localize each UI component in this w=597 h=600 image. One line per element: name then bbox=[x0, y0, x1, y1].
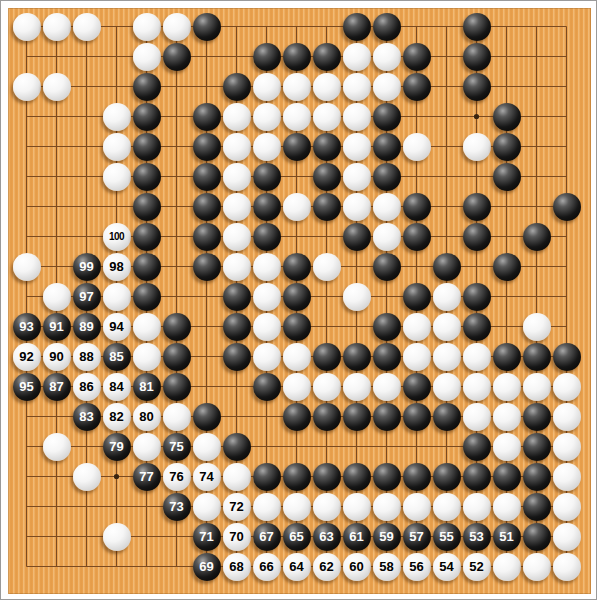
intersection[interactable] bbox=[552, 372, 582, 402]
intersection[interactable] bbox=[42, 252, 72, 282]
intersection[interactable] bbox=[462, 492, 492, 522]
intersection[interactable] bbox=[552, 492, 582, 522]
intersection[interactable] bbox=[12, 162, 42, 192]
intersection[interactable] bbox=[12, 72, 42, 102]
intersection[interactable]: 84 bbox=[102, 372, 132, 402]
intersection[interactable] bbox=[522, 372, 552, 402]
intersection[interactable] bbox=[222, 12, 252, 42]
intersection[interactable] bbox=[552, 432, 582, 462]
intersection[interactable] bbox=[132, 492, 162, 522]
intersection[interactable]: 60 bbox=[342, 552, 372, 582]
intersection[interactable] bbox=[282, 192, 312, 222]
intersection[interactable]: 76 bbox=[162, 462, 192, 492]
intersection[interactable] bbox=[552, 102, 582, 132]
intersection[interactable] bbox=[282, 282, 312, 312]
intersection[interactable] bbox=[372, 402, 402, 432]
intersection[interactable] bbox=[552, 522, 582, 552]
intersection[interactable] bbox=[252, 132, 282, 162]
intersection[interactable] bbox=[102, 132, 132, 162]
intersection[interactable] bbox=[552, 402, 582, 432]
intersection[interactable] bbox=[162, 42, 192, 72]
intersection[interactable] bbox=[132, 162, 162, 192]
intersection[interactable] bbox=[312, 102, 342, 132]
intersection[interactable] bbox=[282, 342, 312, 372]
intersection[interactable] bbox=[522, 522, 552, 552]
intersection[interactable] bbox=[12, 252, 42, 282]
intersection[interactable] bbox=[42, 72, 72, 102]
intersection[interactable] bbox=[462, 252, 492, 282]
intersection[interactable]: 61 bbox=[342, 522, 372, 552]
intersection[interactable] bbox=[282, 372, 312, 402]
intersection[interactable] bbox=[342, 72, 372, 102]
intersection[interactable] bbox=[462, 402, 492, 432]
intersection[interactable] bbox=[222, 222, 252, 252]
intersection[interactable] bbox=[432, 312, 462, 342]
intersection[interactable] bbox=[252, 372, 282, 402]
intersection[interactable] bbox=[42, 102, 72, 132]
intersection[interactable] bbox=[372, 222, 402, 252]
intersection[interactable]: 80 bbox=[132, 402, 162, 432]
intersection[interactable]: 62 bbox=[312, 552, 342, 582]
intersection[interactable] bbox=[132, 342, 162, 372]
intersection[interactable] bbox=[372, 162, 402, 192]
intersection[interactable] bbox=[42, 462, 72, 492]
intersection[interactable] bbox=[162, 372, 192, 402]
intersection[interactable] bbox=[402, 402, 432, 432]
intersection[interactable]: 74 bbox=[192, 462, 222, 492]
intersection[interactable] bbox=[342, 162, 372, 192]
intersection[interactable] bbox=[372, 312, 402, 342]
intersection[interactable] bbox=[192, 222, 222, 252]
intersection[interactable] bbox=[192, 342, 222, 372]
intersection[interactable] bbox=[192, 312, 222, 342]
intersection[interactable] bbox=[42, 132, 72, 162]
intersection[interactable] bbox=[372, 102, 402, 132]
intersection[interactable] bbox=[132, 132, 162, 162]
intersection[interactable] bbox=[462, 12, 492, 42]
intersection[interactable] bbox=[552, 132, 582, 162]
intersection[interactable] bbox=[72, 162, 102, 192]
intersection[interactable]: 54 bbox=[432, 552, 462, 582]
intersection[interactable] bbox=[192, 402, 222, 432]
intersection[interactable]: 51 bbox=[492, 522, 522, 552]
intersection[interactable] bbox=[552, 42, 582, 72]
intersection[interactable]: 63 bbox=[312, 522, 342, 552]
intersection[interactable] bbox=[522, 252, 552, 282]
intersection[interactable] bbox=[12, 402, 42, 432]
intersection[interactable] bbox=[372, 12, 402, 42]
intersection[interactable] bbox=[12, 522, 42, 552]
intersection[interactable] bbox=[342, 192, 372, 222]
intersection[interactable] bbox=[222, 342, 252, 372]
intersection[interactable] bbox=[12, 192, 42, 222]
intersection[interactable] bbox=[12, 12, 42, 42]
intersection[interactable] bbox=[162, 282, 192, 312]
intersection[interactable] bbox=[252, 222, 282, 252]
intersection[interactable]: 79 bbox=[102, 432, 132, 462]
intersection[interactable]: 99 bbox=[72, 252, 102, 282]
intersection[interactable] bbox=[402, 42, 432, 72]
intersection[interactable]: 66 bbox=[252, 552, 282, 582]
intersection[interactable] bbox=[72, 432, 102, 462]
intersection[interactable] bbox=[402, 72, 432, 102]
intersection[interactable] bbox=[162, 522, 192, 552]
intersection[interactable] bbox=[312, 282, 342, 312]
intersection[interactable]: 87 bbox=[42, 372, 72, 402]
intersection[interactable] bbox=[492, 462, 522, 492]
intersection[interactable] bbox=[222, 72, 252, 102]
intersection[interactable]: 52 bbox=[462, 552, 492, 582]
intersection[interactable] bbox=[132, 432, 162, 462]
intersection[interactable] bbox=[312, 372, 342, 402]
intersection[interactable] bbox=[552, 342, 582, 372]
intersection[interactable] bbox=[432, 372, 462, 402]
intersection[interactable] bbox=[42, 552, 72, 582]
intersection[interactable] bbox=[372, 72, 402, 102]
intersection[interactable] bbox=[462, 342, 492, 372]
intersection[interactable] bbox=[492, 222, 522, 252]
intersection[interactable] bbox=[372, 462, 402, 492]
intersection[interactable] bbox=[42, 12, 72, 42]
intersection[interactable] bbox=[552, 12, 582, 42]
intersection[interactable] bbox=[222, 42, 252, 72]
intersection[interactable] bbox=[282, 252, 312, 282]
intersection[interactable] bbox=[282, 402, 312, 432]
intersection[interactable] bbox=[402, 432, 432, 462]
intersection[interactable] bbox=[312, 342, 342, 372]
intersection[interactable] bbox=[192, 42, 222, 72]
intersection[interactable] bbox=[342, 222, 372, 252]
intersection[interactable] bbox=[462, 72, 492, 102]
intersection[interactable] bbox=[252, 102, 282, 132]
intersection[interactable] bbox=[312, 492, 342, 522]
intersection[interactable] bbox=[432, 282, 462, 312]
intersection[interactable] bbox=[12, 432, 42, 462]
intersection[interactable] bbox=[12, 42, 42, 72]
intersection[interactable]: 95 bbox=[12, 372, 42, 402]
intersection[interactable]: 89 bbox=[72, 312, 102, 342]
intersection[interactable] bbox=[342, 312, 372, 342]
intersection[interactable] bbox=[162, 252, 192, 282]
intersection[interactable] bbox=[102, 282, 132, 312]
intersection[interactable] bbox=[372, 42, 402, 72]
intersection[interactable] bbox=[342, 372, 372, 402]
intersection[interactable] bbox=[402, 102, 432, 132]
intersection[interactable] bbox=[252, 342, 282, 372]
intersection[interactable] bbox=[492, 192, 522, 222]
intersection[interactable] bbox=[102, 192, 132, 222]
intersection[interactable] bbox=[522, 132, 552, 162]
intersection[interactable] bbox=[492, 432, 522, 462]
intersection[interactable] bbox=[12, 462, 42, 492]
intersection[interactable] bbox=[42, 522, 72, 552]
intersection[interactable] bbox=[432, 72, 462, 102]
intersection[interactable] bbox=[132, 12, 162, 42]
intersection[interactable] bbox=[402, 222, 432, 252]
intersection[interactable] bbox=[132, 522, 162, 552]
intersection[interactable] bbox=[522, 102, 552, 132]
intersection[interactable] bbox=[402, 312, 432, 342]
intersection[interactable] bbox=[402, 12, 432, 42]
intersection[interactable] bbox=[72, 72, 102, 102]
intersection[interactable] bbox=[492, 12, 522, 42]
intersection[interactable]: 92 bbox=[12, 342, 42, 372]
intersection[interactable] bbox=[402, 282, 432, 312]
intersection[interactable] bbox=[282, 462, 312, 492]
intersection[interactable] bbox=[222, 162, 252, 192]
intersection[interactable] bbox=[102, 102, 132, 132]
intersection[interactable] bbox=[432, 432, 462, 462]
intersection[interactable] bbox=[522, 462, 552, 492]
intersection[interactable] bbox=[282, 162, 312, 192]
intersection[interactable]: 59 bbox=[372, 522, 402, 552]
intersection[interactable] bbox=[342, 102, 372, 132]
intersection[interactable] bbox=[312, 132, 342, 162]
intersection[interactable] bbox=[102, 162, 132, 192]
intersection[interactable]: 81 bbox=[132, 372, 162, 402]
intersection[interactable] bbox=[432, 492, 462, 522]
intersection[interactable] bbox=[102, 42, 132, 72]
intersection[interactable] bbox=[132, 42, 162, 72]
intersection[interactable] bbox=[222, 192, 252, 222]
intersection[interactable] bbox=[72, 222, 102, 252]
intersection[interactable] bbox=[192, 282, 222, 312]
intersection[interactable] bbox=[402, 132, 432, 162]
intersection[interactable] bbox=[522, 192, 552, 222]
intersection[interactable] bbox=[402, 372, 432, 402]
intersection[interactable] bbox=[252, 492, 282, 522]
intersection[interactable] bbox=[492, 552, 522, 582]
intersection[interactable] bbox=[12, 222, 42, 252]
intersection[interactable] bbox=[162, 342, 192, 372]
intersection[interactable] bbox=[342, 42, 372, 72]
intersection[interactable]: 69 bbox=[192, 552, 222, 582]
intersection[interactable] bbox=[462, 372, 492, 402]
intersection[interactable] bbox=[432, 12, 462, 42]
intersection[interactable] bbox=[42, 42, 72, 72]
intersection[interactable] bbox=[492, 162, 522, 192]
intersection[interactable] bbox=[222, 312, 252, 342]
intersection[interactable] bbox=[312, 222, 342, 252]
intersection[interactable]: 72 bbox=[222, 492, 252, 522]
intersection[interactable] bbox=[432, 132, 462, 162]
intersection[interactable]: 98 bbox=[102, 252, 132, 282]
intersection[interactable] bbox=[462, 282, 492, 312]
intersection[interactable] bbox=[492, 132, 522, 162]
intersection[interactable] bbox=[462, 462, 492, 492]
intersection[interactable] bbox=[492, 342, 522, 372]
intersection[interactable] bbox=[162, 132, 192, 162]
intersection[interactable] bbox=[372, 192, 402, 222]
intersection[interactable] bbox=[162, 222, 192, 252]
intersection[interactable] bbox=[192, 12, 222, 42]
intersection[interactable]: 77 bbox=[132, 462, 162, 492]
intersection[interactable]: 94 bbox=[102, 312, 132, 342]
intersection[interactable] bbox=[282, 432, 312, 462]
intersection[interactable] bbox=[162, 402, 192, 432]
intersection[interactable]: 57 bbox=[402, 522, 432, 552]
intersection[interactable] bbox=[252, 432, 282, 462]
intersection[interactable] bbox=[222, 132, 252, 162]
intersection[interactable] bbox=[522, 162, 552, 192]
intersection[interactable] bbox=[132, 282, 162, 312]
intersection[interactable] bbox=[432, 102, 462, 132]
intersection[interactable] bbox=[192, 252, 222, 282]
intersection[interactable] bbox=[12, 552, 42, 582]
intersection[interactable] bbox=[312, 162, 342, 192]
intersection[interactable]: 73 bbox=[162, 492, 192, 522]
intersection[interactable] bbox=[12, 132, 42, 162]
intersection[interactable] bbox=[42, 492, 72, 522]
intersection[interactable] bbox=[522, 12, 552, 42]
intersection[interactable] bbox=[132, 252, 162, 282]
intersection[interactable] bbox=[312, 312, 342, 342]
intersection[interactable] bbox=[282, 102, 312, 132]
intersection[interactable] bbox=[402, 252, 432, 282]
intersection[interactable] bbox=[102, 522, 132, 552]
intersection[interactable] bbox=[282, 222, 312, 252]
intersection[interactable] bbox=[372, 132, 402, 162]
intersection[interactable] bbox=[132, 72, 162, 102]
intersection[interactable] bbox=[432, 402, 462, 432]
intersection[interactable] bbox=[462, 222, 492, 252]
intersection[interactable] bbox=[462, 162, 492, 192]
intersection[interactable] bbox=[522, 42, 552, 72]
intersection[interactable] bbox=[132, 222, 162, 252]
intersection[interactable] bbox=[132, 312, 162, 342]
intersection[interactable] bbox=[252, 192, 282, 222]
intersection[interactable] bbox=[72, 102, 102, 132]
intersection[interactable] bbox=[522, 552, 552, 582]
intersection[interactable] bbox=[492, 372, 522, 402]
intersection[interactable] bbox=[42, 222, 72, 252]
intersection[interactable] bbox=[552, 282, 582, 312]
intersection[interactable] bbox=[492, 402, 522, 432]
intersection[interactable] bbox=[432, 252, 462, 282]
intersection[interactable]: 53 bbox=[462, 522, 492, 552]
intersection[interactable]: 58 bbox=[372, 552, 402, 582]
intersection[interactable] bbox=[192, 492, 222, 522]
intersection[interactable] bbox=[522, 222, 552, 252]
intersection[interactable] bbox=[222, 372, 252, 402]
intersection[interactable] bbox=[432, 222, 462, 252]
intersection[interactable] bbox=[42, 282, 72, 312]
intersection[interactable] bbox=[402, 492, 432, 522]
intersection[interactable]: 70 bbox=[222, 522, 252, 552]
intersection[interactable] bbox=[132, 552, 162, 582]
intersection[interactable] bbox=[132, 192, 162, 222]
intersection[interactable] bbox=[72, 522, 102, 552]
intersection[interactable] bbox=[312, 402, 342, 432]
intersection[interactable] bbox=[552, 72, 582, 102]
intersection[interactable] bbox=[522, 492, 552, 522]
intersection[interactable] bbox=[372, 282, 402, 312]
intersection[interactable] bbox=[312, 192, 342, 222]
intersection[interactable] bbox=[462, 132, 492, 162]
intersection[interactable] bbox=[342, 342, 372, 372]
intersection[interactable] bbox=[312, 42, 342, 72]
intersection[interactable] bbox=[252, 72, 282, 102]
intersection[interactable] bbox=[522, 432, 552, 462]
intersection[interactable] bbox=[222, 432, 252, 462]
intersection[interactable]: 91 bbox=[42, 312, 72, 342]
intersection[interactable] bbox=[342, 282, 372, 312]
intersection[interactable] bbox=[162, 102, 192, 132]
intersection[interactable] bbox=[102, 552, 132, 582]
intersection[interactable] bbox=[552, 552, 582, 582]
intersection[interactable] bbox=[102, 492, 132, 522]
intersection[interactable] bbox=[222, 462, 252, 492]
intersection[interactable] bbox=[12, 492, 42, 522]
intersection[interactable] bbox=[312, 252, 342, 282]
intersection[interactable] bbox=[282, 12, 312, 42]
intersection[interactable] bbox=[72, 192, 102, 222]
intersection[interactable] bbox=[252, 462, 282, 492]
intersection[interactable] bbox=[192, 72, 222, 102]
intersection[interactable] bbox=[492, 282, 522, 312]
intersection[interactable] bbox=[372, 492, 402, 522]
intersection[interactable] bbox=[342, 402, 372, 432]
intersection[interactable]: 56 bbox=[402, 552, 432, 582]
intersection[interactable] bbox=[132, 102, 162, 132]
intersection[interactable] bbox=[222, 252, 252, 282]
intersection[interactable] bbox=[522, 312, 552, 342]
intersection[interactable] bbox=[492, 252, 522, 282]
intersection[interactable] bbox=[102, 72, 132, 102]
intersection[interactable] bbox=[372, 252, 402, 282]
intersection[interactable] bbox=[12, 282, 42, 312]
intersection[interactable] bbox=[552, 222, 582, 252]
intersection[interactable] bbox=[222, 402, 252, 432]
intersection[interactable]: 75 bbox=[162, 432, 192, 462]
intersection[interactable] bbox=[72, 12, 102, 42]
intersection[interactable] bbox=[162, 552, 192, 582]
intersection[interactable]: 93 bbox=[12, 312, 42, 342]
intersection[interactable] bbox=[342, 492, 372, 522]
intersection[interactable] bbox=[252, 42, 282, 72]
intersection[interactable] bbox=[492, 72, 522, 102]
intersection[interactable]: 88 bbox=[72, 342, 102, 372]
intersection[interactable] bbox=[342, 12, 372, 42]
intersection[interactable] bbox=[402, 342, 432, 372]
intersection[interactable] bbox=[462, 192, 492, 222]
intersection[interactable] bbox=[552, 252, 582, 282]
intersection[interactable] bbox=[522, 282, 552, 312]
intersection[interactable] bbox=[492, 42, 522, 72]
intersection[interactable] bbox=[312, 72, 342, 102]
intersection[interactable] bbox=[432, 42, 462, 72]
intersection[interactable] bbox=[282, 492, 312, 522]
intersection[interactable] bbox=[462, 42, 492, 72]
intersection[interactable]: 71 bbox=[192, 522, 222, 552]
intersection[interactable] bbox=[522, 72, 552, 102]
intersection[interactable] bbox=[252, 402, 282, 432]
intersection[interactable] bbox=[312, 12, 342, 42]
intersection[interactable] bbox=[252, 282, 282, 312]
intersection[interactable] bbox=[432, 342, 462, 372]
intersection[interactable] bbox=[192, 192, 222, 222]
intersection[interactable]: 100 bbox=[102, 222, 132, 252]
intersection[interactable]: 82 bbox=[102, 402, 132, 432]
intersection[interactable] bbox=[162, 192, 192, 222]
intersection[interactable] bbox=[312, 432, 342, 462]
intersection[interactable] bbox=[72, 42, 102, 72]
intersection[interactable] bbox=[42, 192, 72, 222]
intersection[interactable]: 90 bbox=[42, 342, 72, 372]
intersection[interactable] bbox=[492, 312, 522, 342]
intersection[interactable] bbox=[192, 432, 222, 462]
intersection[interactable] bbox=[432, 162, 462, 192]
